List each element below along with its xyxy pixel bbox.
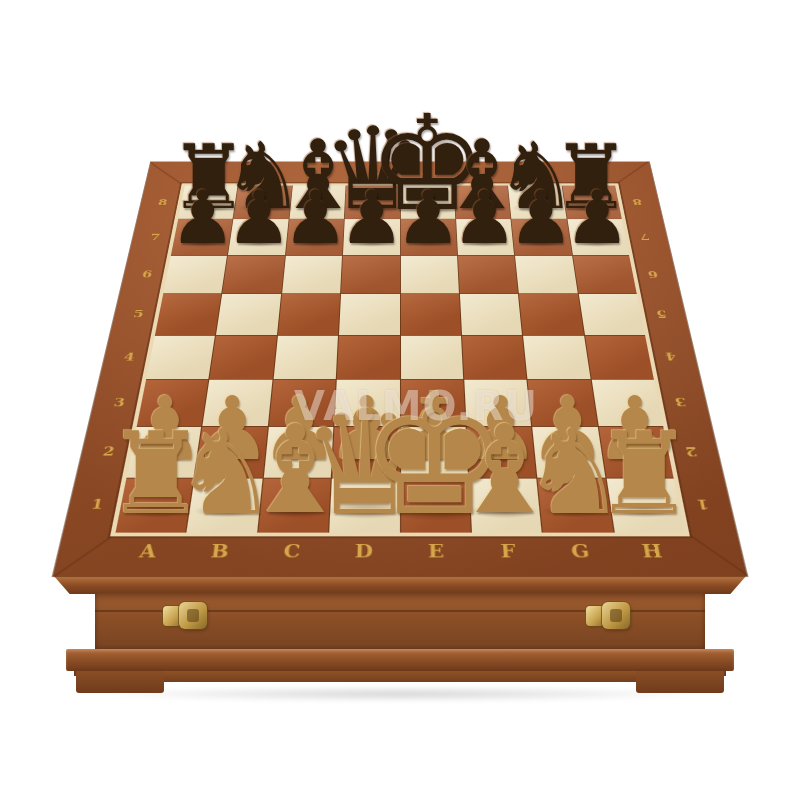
rank-label-left-6: 6 — [129, 255, 164, 293]
case-foot-left — [76, 671, 164, 693]
square-a5[interactable] — [155, 294, 221, 335]
square-e5[interactable] — [400, 294, 460, 335]
square-c6[interactable] — [282, 256, 342, 294]
rank-label-right-4: 4 — [652, 335, 690, 379]
square-h6[interactable] — [573, 256, 637, 294]
case-drop-shadow — [90, 686, 710, 702]
square-h5[interactable] — [578, 294, 644, 335]
square-g5[interactable] — [519, 294, 583, 335]
square-d6[interactable] — [341, 256, 399, 294]
square-b6[interactable] — [223, 256, 285, 294]
rank-label-right-5: 5 — [644, 294, 680, 335]
file-label-a: A — [109, 538, 185, 563]
rank-label-left-5: 5 — [120, 294, 156, 335]
square-b4[interactable] — [210, 335, 277, 378]
square-f6[interactable] — [458, 256, 518, 294]
file-label-g: G — [543, 538, 618, 563]
case-recessed-band — [164, 671, 636, 682]
file-label-b: B — [182, 538, 257, 563]
brass-latch-icon — [586, 601, 632, 631]
chess-set-photo: ABCDEFGH ABCDEFGH 87654321 87654321 ♜♞♝♛… — [0, 0, 800, 802]
watermark-text: VALMO.RU — [294, 383, 538, 429]
rank-label-left-7: 7 — [138, 219, 172, 255]
square-c4[interactable] — [273, 335, 338, 378]
piece-black-pawn-h7[interactable]: ♟ — [564, 182, 630, 256]
square-h4[interactable] — [585, 335, 654, 378]
latch-plate — [602, 602, 630, 629]
case-foot-right — [636, 671, 724, 693]
rank-label-right-6: 6 — [636, 255, 671, 293]
file-label-h: H — [614, 538, 690, 563]
square-f5[interactable] — [460, 294, 522, 335]
square-g4[interactable] — [523, 335, 590, 378]
case-base-molding — [66, 649, 734, 671]
piece-white-rook-h1[interactable]: ♜ — [593, 417, 695, 531]
square-a6[interactable] — [163, 256, 227, 294]
square-e6[interactable] — [400, 256, 458, 294]
rank-label-left-4: 4 — [110, 335, 148, 379]
rank-label-right-7: 7 — [628, 219, 662, 255]
board-edge-bevel — [53, 575, 747, 594]
brass-latch-icon — [163, 601, 209, 631]
square-a4[interactable] — [146, 335, 215, 378]
square-g6[interactable] — [515, 256, 577, 294]
square-d5[interactable] — [339, 294, 399, 335]
latch-plate — [179, 602, 207, 629]
square-b5[interactable] — [216, 294, 280, 335]
square-c5[interactable] — [278, 294, 340, 335]
